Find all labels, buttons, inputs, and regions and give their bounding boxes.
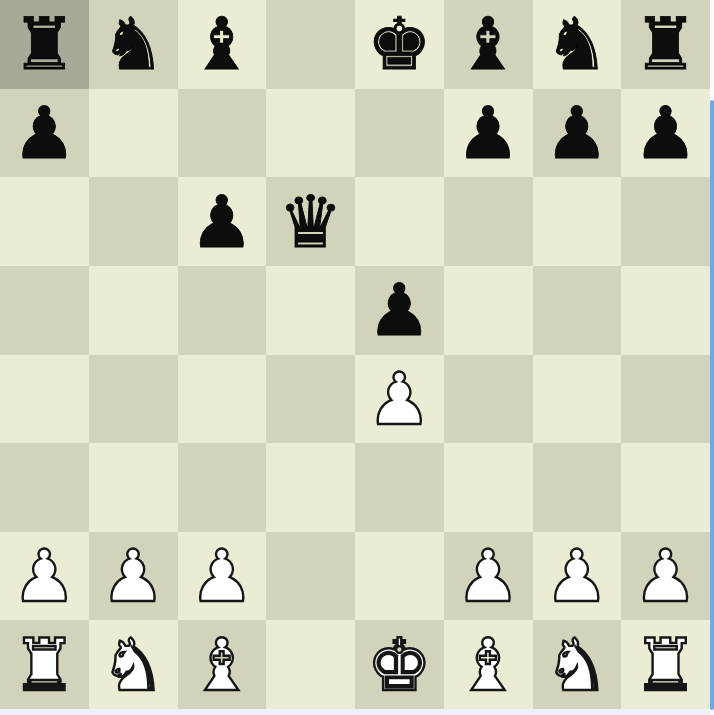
square-b8[interactable]: ♞ — [89, 0, 178, 89]
square-g6[interactable] — [533, 177, 622, 266]
square-h3[interactable] — [621, 443, 710, 532]
white-pawn-g2[interactable]: ♟ — [533, 532, 622, 621]
square-e2[interactable] — [355, 532, 444, 621]
square-e3[interactable] — [355, 443, 444, 532]
square-b2[interactable]: ♟ — [89, 532, 178, 621]
square-d4[interactable] — [266, 355, 355, 444]
square-e7[interactable] — [355, 89, 444, 178]
square-a6[interactable] — [0, 177, 89, 266]
white-knight-b1[interactable]: ♞ — [89, 620, 178, 709]
white-pawn-e4[interactable]: ♟ — [355, 355, 444, 444]
square-g5[interactable] — [533, 266, 622, 355]
square-g2[interactable]: ♟ — [533, 532, 622, 621]
white-pawn-b2[interactable]: ♟ — [89, 532, 178, 621]
black-rook-a8[interactable]: ♜ — [0, 0, 89, 89]
square-a2[interactable]: ♟ — [0, 532, 89, 621]
square-h7[interactable]: ♟ — [621, 89, 710, 178]
square-b6[interactable] — [89, 177, 178, 266]
square-d3[interactable] — [266, 443, 355, 532]
square-h5[interactable] — [621, 266, 710, 355]
square-d1[interactable] — [266, 620, 355, 709]
square-e5[interactable]: ♟ — [355, 266, 444, 355]
square-f5[interactable] — [444, 266, 533, 355]
square-c1[interactable]: ♝ — [178, 620, 267, 709]
scrollbar-thumb[interactable] — [710, 100, 714, 710]
square-a8[interactable]: ♜ — [0, 0, 89, 89]
white-rook-a1[interactable]: ♜ — [0, 620, 89, 709]
square-h2[interactable]: ♟ — [621, 532, 710, 621]
square-h4[interactable] — [621, 355, 710, 444]
square-e4[interactable]: ♟ — [355, 355, 444, 444]
square-d5[interactable] — [266, 266, 355, 355]
black-pawn-h7[interactable]: ♟ — [621, 89, 710, 178]
black-bishop-c8[interactable]: ♝ — [178, 0, 267, 89]
square-f6[interactable] — [444, 177, 533, 266]
chess-board[interactable]: ♜♞♝♚♝♞♜♟♟♟♟♟♛♟♟♟♟♟♟♟♟♜♞♝♚♝♞♜ — [0, 0, 710, 709]
square-d8[interactable] — [266, 0, 355, 89]
white-pawn-h2[interactable]: ♟ — [621, 532, 710, 621]
square-f1[interactable]: ♝ — [444, 620, 533, 709]
square-d6[interactable]: ♛ — [266, 177, 355, 266]
square-c3[interactable] — [178, 443, 267, 532]
white-bishop-c1[interactable]: ♝ — [178, 620, 267, 709]
square-c7[interactable] — [178, 89, 267, 178]
white-pawn-c2[interactable]: ♟ — [178, 532, 267, 621]
square-a3[interactable] — [0, 443, 89, 532]
white-pawn-a2[interactable]: ♟ — [0, 532, 89, 621]
square-c6[interactable]: ♟ — [178, 177, 267, 266]
square-b4[interactable] — [89, 355, 178, 444]
white-pawn-f2[interactable]: ♟ — [444, 532, 533, 621]
square-b5[interactable] — [89, 266, 178, 355]
square-g7[interactable]: ♟ — [533, 89, 622, 178]
square-g1[interactable]: ♞ — [533, 620, 622, 709]
square-a1[interactable]: ♜ — [0, 620, 89, 709]
black-pawn-c6[interactable]: ♟ — [178, 177, 267, 266]
square-c8[interactable]: ♝ — [178, 0, 267, 89]
black-knight-b8[interactable]: ♞ — [89, 0, 178, 89]
white-bishop-f1[interactable]: ♝ — [444, 620, 533, 709]
square-b1[interactable]: ♞ — [89, 620, 178, 709]
square-d2[interactable] — [266, 532, 355, 621]
square-h8[interactable]: ♜ — [621, 0, 710, 89]
black-bishop-f8[interactable]: ♝ — [444, 0, 533, 89]
square-c5[interactable] — [178, 266, 267, 355]
square-f4[interactable] — [444, 355, 533, 444]
square-h6[interactable] — [621, 177, 710, 266]
square-a4[interactable] — [0, 355, 89, 444]
square-c2[interactable]: ♟ — [178, 532, 267, 621]
square-g4[interactable] — [533, 355, 622, 444]
white-king-e1[interactable]: ♚ — [355, 620, 444, 709]
white-knight-g1[interactable]: ♞ — [533, 620, 622, 709]
square-b3[interactable] — [89, 443, 178, 532]
square-e6[interactable] — [355, 177, 444, 266]
square-d7[interactable] — [266, 89, 355, 178]
square-e8[interactable]: ♚ — [355, 0, 444, 89]
square-e1[interactable]: ♚ — [355, 620, 444, 709]
square-a5[interactable] — [0, 266, 89, 355]
page-bottom-strip — [0, 709, 710, 715]
black-pawn-e5[interactable]: ♟ — [355, 266, 444, 355]
square-f8[interactable]: ♝ — [444, 0, 533, 89]
black-rook-h8[interactable]: ♜ — [621, 0, 710, 89]
square-f3[interactable] — [444, 443, 533, 532]
square-f2[interactable]: ♟ — [444, 532, 533, 621]
square-h1[interactable]: ♜ — [621, 620, 710, 709]
black-pawn-g7[interactable]: ♟ — [533, 89, 622, 178]
square-a7[interactable]: ♟ — [0, 89, 89, 178]
black-king-e8[interactable]: ♚ — [355, 0, 444, 89]
square-g3[interactable] — [533, 443, 622, 532]
square-b7[interactable] — [89, 89, 178, 178]
black-pawn-a7[interactable]: ♟ — [0, 89, 89, 178]
square-g8[interactable]: ♞ — [533, 0, 622, 89]
black-knight-g8[interactable]: ♞ — [533, 0, 622, 89]
black-pawn-f7[interactable]: ♟ — [444, 89, 533, 178]
square-f7[interactable]: ♟ — [444, 89, 533, 178]
square-c4[interactable] — [178, 355, 267, 444]
black-queen-d6[interactable]: ♛ — [266, 177, 355, 266]
white-rook-h1[interactable]: ♜ — [621, 620, 710, 709]
